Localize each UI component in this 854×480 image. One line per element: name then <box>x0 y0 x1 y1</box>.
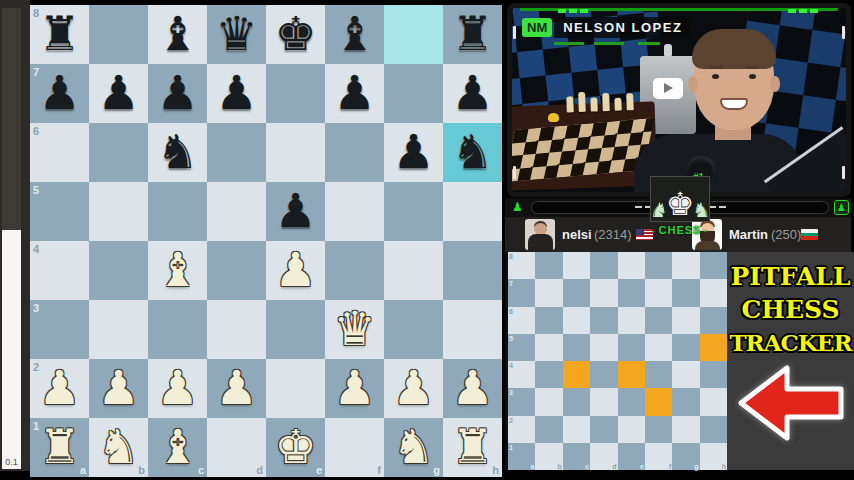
square-h2[interactable] <box>700 416 727 443</box>
square-c7[interactable]: ♟ <box>148 64 207 123</box>
square-e6[interactable] <box>618 307 645 334</box>
square-g7[interactable] <box>672 279 699 306</box>
player-left-avatar <box>525 219 555 250</box>
square-h7[interactable]: ♟ <box>443 64 502 123</box>
square-a3[interactable]: 3 <box>30 300 89 359</box>
square-d3[interactable] <box>207 300 266 359</box>
piece-white-pawn[interactable]: ♟ <box>325 359 384 418</box>
square-e1[interactable]: e <box>618 443 645 470</box>
square-e2[interactable] <box>618 416 645 443</box>
piece-white-rook[interactable]: ♜ <box>30 418 89 477</box>
square-h4[interactable] <box>443 241 502 300</box>
square-e3[interactable] <box>618 388 645 415</box>
square-e1[interactable]: e♚ <box>266 418 325 477</box>
green-pawn-badge-icon: ♟ <box>834 200 849 215</box>
square-g4[interactable] <box>672 361 699 388</box>
square-g5[interactable] <box>384 182 443 241</box>
square-f6[interactable] <box>645 307 672 334</box>
title-badge: NM <box>522 18 552 37</box>
square-f7[interactable] <box>645 279 672 306</box>
square-g7[interactable] <box>384 64 443 123</box>
square-c5[interactable] <box>148 182 207 241</box>
square-h6[interactable] <box>700 307 727 334</box>
square-b7[interactable] <box>535 279 562 306</box>
square-h4[interactable] <box>700 361 727 388</box>
square-a8[interactable]: 8 <box>508 252 535 279</box>
square-c2[interactable]: ♟ <box>148 359 207 418</box>
piece-white-king[interactable]: ♚ <box>266 418 325 477</box>
square-d5[interactable] <box>207 182 266 241</box>
square-g3[interactable] <box>384 300 443 359</box>
square-d5[interactable] <box>590 334 617 361</box>
square-c8[interactable] <box>563 252 590 279</box>
square-f8[interactable]: ♝ <box>325 5 384 64</box>
square-f5[interactable] <box>645 334 672 361</box>
square-a1[interactable]: 1a <box>508 443 535 470</box>
webcam-panel: NM NELSON LOPEZ <box>507 3 851 197</box>
youtube-play-icon <box>653 78 683 99</box>
square-a6[interactable]: 6 <box>30 123 89 182</box>
eval-zone: 0.1 <box>0 0 30 471</box>
piece-black-pawn[interactable]: ♟ <box>266 182 325 241</box>
evaluation-bar: 0.1 <box>2 8 21 469</box>
piece-black-pawn[interactable]: ♟ <box>207 64 266 123</box>
square-b7[interactable]: ♟ <box>89 64 148 123</box>
square-c3[interactable] <box>148 300 207 359</box>
square-e2[interactable] <box>266 359 325 418</box>
square-a2[interactable]: 2♟ <box>30 359 89 418</box>
square-h5[interactable] <box>443 182 502 241</box>
square-d8[interactable] <box>590 252 617 279</box>
square-b4[interactable] <box>535 361 562 388</box>
piece-black-pawn[interactable]: ♟ <box>30 64 89 123</box>
piece-black-queen[interactable]: ♛ <box>207 5 266 64</box>
square-b3[interactable] <box>535 388 562 415</box>
rank-label: 7 <box>509 280 513 287</box>
square-f2[interactable] <box>645 416 672 443</box>
square-e5[interactable]: ♟ <box>266 182 325 241</box>
file-label: b <box>557 463 561 470</box>
logo-text: CHESS <box>648 224 712 236</box>
rank-label: 5 <box>33 184 39 196</box>
piece-black-king[interactable]: ♚ <box>266 5 325 64</box>
square-a7[interactable]: 7 <box>508 279 535 306</box>
promo-title-line2: CHESS <box>727 293 854 326</box>
piece-white-pawn[interactable]: ♟ <box>443 359 502 418</box>
square-b5[interactable] <box>89 182 148 241</box>
square-h8[interactable] <box>700 252 727 279</box>
square-f5[interactable] <box>325 182 384 241</box>
square-g6[interactable] <box>672 307 699 334</box>
square-e5[interactable] <box>618 334 645 361</box>
square-h5[interactable] <box>700 334 727 361</box>
player-left-name: nelsi <box>562 227 592 242</box>
square-h1[interactable]: h <box>700 443 727 470</box>
square-g5[interactable] <box>672 334 699 361</box>
rank-label: 4 <box>509 362 513 369</box>
square-e3[interactable] <box>266 300 325 359</box>
piece-white-pawn[interactable]: ♟ <box>207 359 266 418</box>
square-d7[interactable]: ♟ <box>207 64 266 123</box>
square-f3[interactable]: ♛ <box>325 300 384 359</box>
main-chess-board[interactable]: 8♜♝♛♚♝♜7♟♟♟♟♟♟6♞♟♞5♟4♝♟3♛2♟♟♟♟♟♟♟1a♜b♞c♝… <box>30 5 502 477</box>
streamer-name: NELSON LOPEZ <box>554 17 691 38</box>
square-h1[interactable]: h♜ <box>443 418 502 477</box>
square-a2[interactable]: 2 <box>508 416 535 443</box>
file-label: a <box>530 463 534 470</box>
square-b1[interactable]: b <box>535 443 562 470</box>
file-label: f <box>377 464 381 476</box>
channel-logo: #1 ♞ ♚ ♞ CHESS <box>648 170 712 252</box>
pitfall-tracker-board[interactable]: 87654321abcdefgh <box>508 252 727 470</box>
piece-black-rook[interactable]: ♜ <box>30 5 89 64</box>
square-c5[interactable] <box>563 334 590 361</box>
piece-white-rook[interactable]: ♜ <box>443 418 502 477</box>
square-h3[interactable] <box>443 300 502 359</box>
square-c1[interactable]: c <box>563 443 590 470</box>
logo-king-icon: ♚ <box>666 187 695 221</box>
square-a3[interactable]: 3 <box>508 388 535 415</box>
square-f4[interactable] <box>645 361 672 388</box>
rank-label: 5 <box>509 335 513 342</box>
bg-flag-icon <box>801 229 818 240</box>
piece-white-pawn[interactable]: ♟ <box>89 359 148 418</box>
square-f6[interactable] <box>325 123 384 182</box>
square-b6[interactable] <box>89 123 148 182</box>
file-label: h <box>722 463 726 470</box>
square-h8[interactable]: ♜ <box>443 5 502 64</box>
square-g8[interactable] <box>384 5 443 64</box>
square-e7[interactable] <box>618 279 645 306</box>
square-b5[interactable] <box>535 334 562 361</box>
rubber-duck <box>548 113 559 122</box>
evaluation-bar-white-portion <box>2 230 21 469</box>
square-e8[interactable]: ♚ <box>266 5 325 64</box>
red-arrow-left-icon <box>737 364 845 442</box>
square-c6[interactable]: ♞ <box>148 123 207 182</box>
square-g6[interactable]: ♟ <box>384 123 443 182</box>
square-e8[interactable] <box>618 252 645 279</box>
square-c8[interactable]: ♝ <box>148 5 207 64</box>
square-e4[interactable] <box>618 361 645 388</box>
streamer-face <box>694 34 774 130</box>
logo-knight-left-icon: ♞ <box>650 199 668 221</box>
rank-label: 2 <box>509 417 513 424</box>
square-g2[interactable] <box>672 416 699 443</box>
piece-black-bishop[interactable]: ♝ <box>148 5 207 64</box>
player-left-rating: (2314) <box>594 227 632 242</box>
square-c4[interactable]: ♝ <box>148 241 207 300</box>
square-c4[interactable] <box>563 361 590 388</box>
square-c3[interactable] <box>563 388 590 415</box>
player-right-rating: (250) <box>771 227 801 242</box>
file-label: d <box>256 464 263 476</box>
bottom-right-panel: 87654321abcdefgh PITFALL CHESS TRACKER <box>505 252 854 470</box>
square-c2[interactable] <box>563 416 590 443</box>
piece-white-queen[interactable]: ♛ <box>325 300 384 359</box>
square-h2[interactable]: ♟ <box>443 359 502 418</box>
square-e7[interactable] <box>266 64 325 123</box>
square-d4[interactable] <box>207 241 266 300</box>
square-f3[interactable] <box>645 388 672 415</box>
promo-panel: PITFALL CHESS TRACKER <box>727 252 854 470</box>
square-f7[interactable]: ♟ <box>325 64 384 123</box>
square-g1[interactable]: g♞ <box>384 418 443 477</box>
square-h6[interactable]: ♞ <box>443 123 502 182</box>
square-c6[interactable] <box>563 307 590 334</box>
square-d4[interactable] <box>590 361 617 388</box>
rank-label: 4 <box>33 243 39 255</box>
square-a1[interactable]: 1a♜ <box>30 418 89 477</box>
promo-title-line3: TRACKER <box>727 326 854 359</box>
rank-label: 6 <box>509 308 513 315</box>
piece-black-pawn[interactable]: ♟ <box>443 64 502 123</box>
rank-label: 3 <box>33 302 39 314</box>
square-d6[interactable] <box>590 307 617 334</box>
square-d2[interactable]: ♟ <box>207 359 266 418</box>
square-h3[interactable] <box>700 388 727 415</box>
promo-title-line1: PITFALL <box>727 260 854 293</box>
square-a6[interactable]: 6 <box>508 307 535 334</box>
square-g1[interactable]: g <box>672 443 699 470</box>
square-a4[interactable]: 4 <box>30 241 89 300</box>
square-b2[interactable] <box>535 416 562 443</box>
square-c1[interactable]: c♝ <box>148 418 207 477</box>
square-b2[interactable]: ♟ <box>89 359 148 418</box>
piece-white-pawn[interactable]: ♟ <box>384 359 443 418</box>
square-b6[interactable] <box>535 307 562 334</box>
square-f2[interactable]: ♟ <box>325 359 384 418</box>
square-b3[interactable] <box>89 300 148 359</box>
file-label: c <box>585 463 589 470</box>
piece-white-pawn[interactable]: ♟ <box>266 241 325 300</box>
square-e4[interactable]: ♟ <box>266 241 325 300</box>
logo-knight-right-icon: ♞ <box>692 199 710 221</box>
square-g8[interactable] <box>672 252 699 279</box>
square-f8[interactable] <box>645 252 672 279</box>
square-b8[interactable] <box>535 252 562 279</box>
evaluation-score: 0.1 <box>2 457 21 467</box>
file-label: f <box>669 463 671 470</box>
square-f1[interactable]: f <box>325 418 384 477</box>
square-h7[interactable] <box>700 279 727 306</box>
piece-white-pawn[interactable]: ♟ <box>30 359 89 418</box>
rank-label: 1 <box>509 444 513 451</box>
square-a7[interactable]: 7♟ <box>30 64 89 123</box>
piece-black-knight[interactable]: ♞ <box>148 123 207 182</box>
square-g3[interactable] <box>672 388 699 415</box>
decor-chess-board <box>507 118 654 183</box>
file-label: d <box>612 463 616 470</box>
square-d2[interactable] <box>590 416 617 443</box>
stream-frame: 0.1 8♜♝♛♚♝♜7♟♟♟♟♟♟6♞♟♞5♟4♝♟3♛2♟♟♟♟♟♟♟1a♜… <box>0 0 854 480</box>
piece-black-bishop[interactable]: ♝ <box>325 5 384 64</box>
square-g2[interactable]: ♟ <box>384 359 443 418</box>
piece-white-bishop[interactable]: ♝ <box>148 418 207 477</box>
square-b1[interactable]: b♞ <box>89 418 148 477</box>
piece-black-pawn[interactable]: ♟ <box>384 123 443 182</box>
rank-label: 8 <box>509 253 513 260</box>
square-a5[interactable]: 5 <box>508 334 535 361</box>
piece-black-pawn[interactable]: ♟ <box>325 64 384 123</box>
square-d1[interactable]: d <box>590 443 617 470</box>
square-g4[interactable] <box>384 241 443 300</box>
piece-black-rook[interactable]: ♜ <box>443 5 502 64</box>
green-pawn-icon: ♟ <box>512 200 523 214</box>
square-a4[interactable]: 4 <box>508 361 535 388</box>
square-c7[interactable] <box>563 279 590 306</box>
piece-white-pawn[interactable]: ♟ <box>148 359 207 418</box>
player-right-name: Martin <box>729 227 768 242</box>
piece-black-knight[interactable]: ♞ <box>443 123 502 182</box>
rank-label: 3 <box>509 389 513 396</box>
square-d6[interactable] <box>207 123 266 182</box>
rank-label: 6 <box>33 125 39 137</box>
file-label: e <box>640 463 644 470</box>
logo-pieces: ♞ ♚ ♞ <box>650 176 710 222</box>
file-label: g <box>694 463 698 470</box>
square-f4[interactable] <box>325 241 384 300</box>
square-f1[interactable]: f <box>645 443 672 470</box>
piece-white-knight[interactable]: ♞ <box>89 418 148 477</box>
piece-white-bishop[interactable]: ♝ <box>148 241 207 300</box>
decor-chess-piece <box>664 44 672 56</box>
streamer-name-tag: NM NELSON LOPEZ <box>522 17 691 38</box>
square-d3[interactable] <box>590 388 617 415</box>
square-a5[interactable]: 5 <box>30 182 89 241</box>
piece-black-pawn[interactable]: ♟ <box>89 64 148 123</box>
square-a8[interactable]: 8♜ <box>30 5 89 64</box>
square-d7[interactable] <box>590 279 617 306</box>
square-b4[interactable] <box>89 241 148 300</box>
square-d1[interactable]: d <box>207 418 266 477</box>
square-e6[interactable] <box>266 123 325 182</box>
square-d8[interactable]: ♛ <box>207 5 266 64</box>
piece-black-pawn[interactable]: ♟ <box>148 64 207 123</box>
square-b8[interactable] <box>89 5 148 64</box>
piece-white-knight[interactable]: ♞ <box>384 418 443 477</box>
